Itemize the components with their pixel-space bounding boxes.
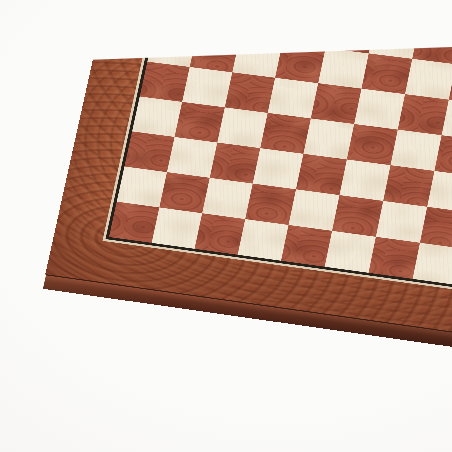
square-c4 [217, 107, 267, 148]
square-b7 [197, 0, 247, 37]
square-a7 [155, 0, 205, 32]
square-c2 [202, 178, 253, 219]
square-c8 [247, 0, 297, 8]
square-f7 [369, 18, 420, 58]
square-d4 [260, 113, 311, 154]
square-d3 [253, 148, 304, 189]
square-a3 [124, 131, 174, 172]
chessboard-product-photo [0, 0, 452, 452]
frame-inlay-ebony-line [105, 0, 452, 288]
square-e1 [281, 225, 332, 267]
square-g8 [419, 0, 452, 29]
square-g3 [383, 165, 434, 207]
square-d2 [245, 184, 296, 225]
square-b5 [182, 67, 232, 107]
square-a4 [132, 96, 182, 136]
square-g6 [405, 59, 452, 100]
square-f4 [347, 124, 398, 165]
square-b4 [175, 102, 225, 143]
square-g1 [369, 237, 420, 279]
square-b6 [190, 32, 240, 72]
square-f6 [361, 53, 412, 94]
square-b1 [152, 207, 202, 248]
square-e2 [289, 189, 340, 231]
square-f3 [339, 159, 390, 200]
square-e5 [311, 83, 362, 124]
square-g7 [412, 24, 452, 65]
square-e3 [296, 154, 347, 195]
square-a1 [109, 202, 159, 243]
square-d8 [290, 0, 340, 13]
square-c7 [240, 3, 290, 43]
square-d5 [268, 78, 318, 119]
chess-board [45, 0, 452, 339]
square-b8 [205, 0, 255, 3]
square-c1 [195, 213, 246, 255]
square-e6 [318, 48, 369, 89]
square-b2 [159, 172, 209, 213]
square-b3 [167, 137, 217, 178]
square-g4 [390, 130, 441, 171]
board-squares-grid [109, 0, 452, 285]
frame-inlay-maple-line [102, 0, 452, 291]
square-c3 [210, 143, 260, 184]
square-g5 [398, 94, 449, 135]
square-e4 [303, 118, 354, 159]
photo-crop-region [0, 0, 452, 452]
square-f1 [325, 231, 376, 273]
square-f5 [354, 89, 405, 130]
square-c5 [225, 72, 275, 113]
square-h1 [413, 243, 452, 285]
square-d7 [282, 8, 332, 48]
square-a5 [140, 62, 190, 102]
square-g2 [376, 201, 427, 243]
square-e7 [325, 13, 375, 53]
square-f2 [332, 195, 383, 237]
square-d6 [275, 43, 325, 83]
square-f8 [376, 0, 427, 24]
square-a2 [117, 166, 167, 207]
square-c6 [232, 37, 282, 77]
square-a6 [147, 27, 197, 67]
square-e8 [333, 0, 383, 18]
square-d1 [238, 219, 289, 261]
